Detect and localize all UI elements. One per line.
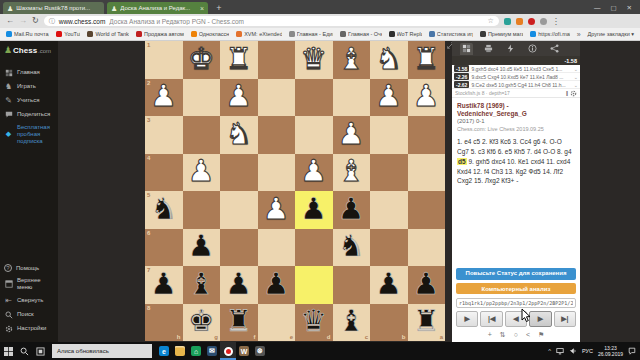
sidebar-item-board[interactable]: Главная: [4, 68, 54, 77]
sidebar-item-search[interactable]: Поиск: [4, 310, 54, 319]
file-label: d: [327, 334, 331, 340]
engine-line-moves: 9.Сe2 dxe5 10.gxh5 Сg4 11.h4 Сh8 11.h...: [471, 82, 571, 88]
add-icon[interactable]: +: [488, 331, 492, 338]
evaluation-bar: -1.58: [452, 56, 580, 65]
square-h8[interactable]: 8h: [145, 304, 183, 342]
square-h5[interactable]: 5♞: [145, 191, 183, 229]
browser-tab-analysis[interactable]: ♟ Доска Анализа и Редак... ×: [107, 2, 208, 14]
bookmark-item[interactable]: Главная - Очки...: [340, 31, 382, 37]
square-d5[interactable]: ♟: [295, 191, 333, 229]
help-icon: ?: [4, 264, 12, 272]
moves-before: 1. e4 c5 2. Кf3 Кc6 3. Сc4 g6 4. O-O Сg7…: [457, 138, 572, 155]
pawn-logo-icon: ♟: [4, 45, 12, 55]
action-center-icon[interactable]: [628, 347, 636, 355]
mouse-cursor: [521, 308, 532, 323]
start-button[interactable]: [0, 342, 16, 360]
black-pawn: ♟: [188, 231, 215, 261]
chevron-down-icon[interactable]: ⌄: [574, 74, 578, 80]
black-queen: ♛: [300, 306, 327, 336]
rank-label: 2: [147, 80, 150, 86]
first-move-button[interactable]: |◀: [480, 311, 502, 327]
bookmark-favicon: [429, 31, 435, 37]
reload-button[interactable]: ↻: [32, 17, 39, 25]
edge-icon: e: [159, 346, 169, 356]
square-b2[interactable]: ♟: [370, 79, 408, 117]
file-explorer-icon: [175, 346, 185, 356]
engine-line-1[interactable]: -1.589.gxh5 dxc4 10.d5 Кe5 11.Кxd3 Сxe5 …: [452, 65, 580, 73]
taskbar-app-app-blocked[interactable]: ⊗: [252, 342, 268, 360]
tab-title: Доска Анализа и Редак...: [120, 5, 197, 11]
square-e5[interactable]: ♟: [258, 191, 296, 229]
bookmark-item[interactable]: WoT Replays: [389, 31, 422, 37]
current-move[interactable]: d5: [457, 158, 467, 165]
forward-button[interactable]: →: [19, 17, 27, 25]
black-knight: ♞: [338, 231, 365, 261]
square-c7[interactable]: [333, 266, 371, 304]
engine-line-2[interactable]: -2.269.dxc5 Сxg4 10.Кxd5 Кe7 11.Кe1 Лad8…: [452, 73, 580, 81]
browser-tab-game[interactable]: ♟ Шахматы Rustik78 проти...: [3, 2, 104, 14]
next-move-button[interactable]: ▶: [529, 311, 551, 327]
extension-icon[interactable]: [504, 18, 511, 25]
black-knight: ♞: [150, 194, 177, 224]
square-c4[interactable]: ♝: [333, 154, 371, 192]
rank-label: 1: [147, 42, 150, 48]
black-pawn: ♟: [225, 269, 252, 299]
square-a5[interactable]: [408, 191, 446, 229]
square-b3[interactable]: [370, 116, 408, 154]
sidebar-item-trial-diamond[interactable]: ◆Бесплатная пробная подписка: [4, 124, 54, 145]
move-list[interactable]: 1. e4 c5 2. Кf3 Кc6 3. Сc4 g6 4. O-O Сg7…: [452, 134, 580, 189]
window-controls: — ▢ ✕: [594, 5, 640, 15]
square-d3[interactable]: [295, 116, 333, 154]
hidden-icons-chevron[interactable]: ^: [548, 348, 551, 354]
white-pawn: ♟: [263, 194, 290, 224]
square-b1[interactable]: ♞: [370, 41, 408, 79]
taskbar-app-world-of-tanks[interactable]: W: [236, 342, 252, 360]
file-label: b: [402, 334, 406, 340]
bookmark-favicon: [530, 31, 536, 37]
bookmark-item[interactable]: https://ofi.mail.ru: [530, 31, 569, 37]
square-d7[interactable]: [295, 266, 333, 304]
square-f4[interactable]: [220, 154, 258, 192]
move-navigation: ▶|◀◀▶▶|: [456, 311, 576, 327]
tab-engine-icon[interactable]: [504, 43, 517, 55]
white-pawn: ♟: [375, 81, 402, 111]
bookmark-favicon: [191, 31, 197, 37]
bookmark-item[interactable]: Статистика игро...: [429, 31, 473, 37]
black-bishop: ♝: [338, 306, 365, 336]
analysis-panel: -1.58 -1.589.gxh5 dxc4 10.d5 Кe5 11.Кxd3…: [452, 41, 580, 342]
square-a2[interactable]: ♟: [408, 79, 446, 117]
site-info-icon[interactable]: ⓘ: [49, 17, 55, 26]
record-icon[interactable]: ○: [514, 331, 518, 338]
white-pawn: ♟: [300, 156, 327, 186]
black-pawn: ♟: [375, 269, 402, 299]
square-g5[interactable]: [183, 191, 221, 229]
file-label: e: [290, 334, 293, 340]
square-b6[interactable]: [370, 229, 408, 267]
white-bishop: ♝: [338, 44, 365, 74]
close-window-button[interactable]: ✕: [627, 5, 632, 12]
task-view-icon[interactable]: [32, 342, 48, 360]
evaluation-score: -1.58: [564, 58, 577, 64]
square-g8[interactable]: g♚: [183, 304, 221, 342]
tab-print-icon[interactable]: [482, 43, 495, 55]
sidebar-item-learn[interactable]: ✎Учиться: [4, 96, 54, 105]
taskbar-app-mail[interactable]: ✉: [204, 342, 220, 360]
square-d1[interactable]: ♛: [295, 41, 333, 79]
flag-icon[interactable]: ⚑: [538, 331, 544, 338]
url-text: www.chess.com: [59, 18, 106, 25]
windows-taskbar: Алиса обновилась e⌂✉W⊗ ^ РУС 13:23 26.09…: [0, 342, 640, 360]
engine-line-eval: -2.26: [454, 73, 469, 80]
knight-icon: ♞: [4, 82, 13, 91]
square-c2[interactable]: [333, 79, 371, 117]
square-h1[interactable]: 1: [145, 41, 183, 79]
extension-icon[interactable]: [516, 18, 523, 25]
square-g3[interactable]: [183, 116, 221, 154]
alisa-search-box[interactable]: Алиса обновилась: [52, 344, 152, 358]
square-b4[interactable]: [370, 154, 408, 192]
square-h4[interactable]: 4: [145, 154, 183, 192]
black-rook: ♜: [225, 306, 252, 336]
sidebar-item-knight[interactable]: ♞Играть: [4, 82, 54, 91]
share-icon[interactable]: <: [526, 331, 530, 338]
bookmark-item[interactable]: Премиум магазин: [480, 31, 523, 37]
tab-board-icon[interactable]: [460, 43, 473, 55]
bookmark-favicon: [136, 31, 142, 37]
black-pawn: ♟: [338, 194, 365, 224]
square-b8[interactable]: b: [370, 304, 408, 342]
engine-line-eval: -2.62: [454, 81, 469, 88]
store-icon: ⌂: [191, 346, 201, 356]
bookmark-favicon: [340, 31, 346, 37]
square-h6[interactable]: 6: [145, 229, 183, 267]
white-pawn: ♟: [338, 119, 365, 149]
square-e4[interactable]: [258, 154, 296, 192]
system-tray: ^ РУС 13:23 26.09.2019: [548, 345, 640, 357]
game-result: (2017) 0-1: [457, 118, 575, 124]
square-c1[interactable]: ♝: [333, 41, 371, 79]
bookmark-item[interactable]: YouTube: [56, 31, 80, 37]
file-label: f: [254, 334, 256, 340]
network-icon[interactable]: [556, 347, 564, 355]
white-rook: ♜: [225, 44, 252, 74]
chevron-down-icon[interactable]: ⌄: [574, 82, 578, 88]
page-title-text: Доска Анализа и Редактор PGN - Chess.com: [109, 18, 244, 25]
black-rook: ♜: [413, 306, 440, 336]
panel-footer-icons: +⇅○<⚑: [452, 329, 580, 342]
moves-after: 9. gxh5 dxc4 10. Ке1 cxd4 11. cxd4 Кxd4 …: [457, 158, 570, 185]
square-h7[interactable]: 7♟: [145, 266, 183, 304]
white-knight: ♞: [375, 44, 402, 74]
bookmark-favicon: [56, 31, 62, 37]
game-header: Rustik78 (1969) - Vedenichev_Serega_G (2…: [452, 98, 580, 134]
square-g6[interactable]: ♟: [183, 229, 221, 267]
chat-icon: [4, 110, 13, 119]
square-d4[interactable]: ♟: [295, 154, 333, 192]
square-c8[interactable]: c♝: [333, 304, 371, 342]
maximize-button[interactable]: ▢: [610, 5, 616, 12]
white-king: ♚: [188, 44, 215, 74]
learn-icon: ✎: [4, 96, 13, 105]
square-g7[interactable]: ♝: [183, 266, 221, 304]
square-f1[interactable]: ♜: [220, 41, 258, 79]
square-b5[interactable]: [370, 191, 408, 229]
square-d6[interactable]: [295, 229, 333, 267]
white-bishop: ♝: [338, 156, 365, 186]
square-c5[interactable]: ♟: [333, 191, 371, 229]
pause-engine-icon[interactable]: ||: [566, 90, 567, 96]
engine-line-moves: 9.gxh5 dxc4 10.d5 Кe5 11.Кxd3 Сxe5 1...: [471, 66, 571, 72]
chesscom-sidebar: ♟ Chess .com Главная♞Играть✎УчитьсяПодел…: [0, 41, 58, 342]
chesscom-logo[interactable]: ♟ Chess .com: [4, 45, 54, 55]
bookmark-favicon: [480, 31, 486, 37]
back-button[interactable]: ←: [6, 17, 14, 25]
mail-icon: ✉: [207, 346, 217, 356]
bookmark-item[interactable]: Продажа автомоб...: [136, 31, 184, 37]
square-g4[interactable]: ♟: [183, 154, 221, 192]
sidebar-item-help[interactable]: ?Помощь: [4, 264, 54, 272]
gear-icon: [4, 324, 13, 333]
file-label: c: [365, 334, 368, 340]
file-label: h: [177, 334, 181, 340]
square-e1[interactable]: [258, 41, 296, 79]
taskbar-app-edge[interactable]: e: [156, 342, 172, 360]
taskbar-app-yandex-browser[interactable]: [220, 342, 236, 360]
square-f5[interactable]: [220, 191, 258, 229]
world-of-tanks-icon: W: [239, 346, 249, 356]
sidebar-item-gear[interactable]: Настройки: [4, 324, 54, 333]
new-tab-button[interactable]: +: [212, 3, 226, 14]
last-move-button[interactable]: ▶|: [554, 311, 576, 327]
flip-board-icon[interactable]: ⇅: [500, 331, 506, 338]
rank-label: 7: [147, 267, 150, 273]
other-bookmarks-button[interactable]: Другие закладки ▾: [588, 31, 634, 37]
minimize-button[interactable]: —: [594, 5, 601, 12]
rank-label: 6: [147, 230, 150, 236]
sidebar-item-collapse[interactable]: ⇤Свернуть: [4, 296, 54, 305]
chess-board: 1♚♜♛♝♞♜2♟♟♟♟3♞♟4♟♟♝5♞♟♟♟6♟♞7♟♝♟♟♟♟8hg♚f♜…: [145, 41, 445, 341]
upgrade-status-button[interactable]: Повысьте Статус для сохранения: [456, 268, 576, 280]
square-a1[interactable]: ♜: [408, 41, 446, 79]
square-e2[interactable]: [258, 79, 296, 117]
square-a8[interactable]: a♜: [408, 304, 446, 342]
fen-input[interactable]: [456, 298, 576, 308]
bookmark-item[interactable]: XVM: eXtended V...: [236, 31, 281, 37]
players-names[interactable]: Rustik78 (1969) - Vedenichev_Serega_G: [457, 102, 575, 118]
square-d2[interactable]: [295, 79, 333, 117]
square-h3[interactable]: 3: [145, 116, 183, 154]
square-h2[interactable]: 2♟: [145, 79, 183, 117]
square-e7[interactable]: ♟: [258, 266, 296, 304]
app-blocked-icon: ⊗: [255, 346, 265, 356]
square-a4[interactable]: [408, 154, 446, 192]
square-c6[interactable]: ♞: [333, 229, 371, 267]
bookmarks-overflow-icon[interactable]: »: [577, 31, 581, 38]
black-bishop: ♝: [188, 269, 215, 299]
sidebar-item-chat[interactable]: Поделиться: [4, 110, 54, 119]
computer-analysis-button[interactable]: Компьютерный анализ: [456, 283, 576, 294]
white-pawn: ♟: [413, 81, 440, 111]
collapse-icon: ⇤: [4, 296, 13, 305]
square-e8[interactable]: e: [258, 304, 296, 342]
bookmarks-bar: Mail.Ru почта, н...YouTubeWorld of Tanks…: [0, 28, 640, 41]
bookmark-item[interactable]: Главная - Едина...: [289, 31, 333, 37]
taskbar-app-store[interactable]: ⌂: [188, 342, 204, 360]
engine-line-moves: 9.dxc5 Сxg4 10.Кxd5 Кe7 11.Кe1 Лad8 ...: [471, 74, 571, 80]
rank-label: 3: [147, 117, 150, 123]
browser-menu-icon[interactable]: ⋮: [552, 17, 560, 26]
square-g2[interactable]: [183, 79, 221, 117]
rank-label: 8: [147, 305, 150, 311]
square-a7[interactable]: ♟: [408, 266, 446, 304]
engine-status-row: Stockfish.js 8 · depth=17 ||: [452, 89, 580, 98]
chevron-down-icon[interactable]: ⌄: [574, 66, 578, 72]
square-g1[interactable]: ♚: [183, 41, 221, 79]
trial-diamond-icon: ◆: [4, 130, 13, 139]
square-a3[interactable]: [408, 116, 446, 154]
autoplay-button[interactable]: ▶: [456, 311, 478, 327]
white-rook: ♜: [413, 44, 440, 74]
adblock-extension-icon[interactable]: [528, 18, 535, 25]
square-f3[interactable]: ♞: [220, 116, 258, 154]
square-c3[interactable]: ♟: [333, 116, 371, 154]
url-input[interactable]: ⓘ www.chess.com Доска Анализа и Редактор…: [44, 16, 499, 26]
yandex-browser-icon: [224, 347, 233, 356]
square-d8[interactable]: d♛: [295, 304, 333, 342]
chesscom-favicon-icon: ♟: [111, 5, 117, 12]
white-pawn: ♟: [225, 81, 252, 111]
chesscom-favicon-icon: ♟: [7, 5, 13, 12]
bookmark-favicon: [289, 31, 295, 37]
engine-line-eval: -1.58: [454, 65, 469, 72]
black-pawn: ♟: [413, 269, 440, 299]
file-label: g: [214, 334, 218, 340]
bookmark-item[interactable]: Mail.Ru почта, н...: [6, 31, 49, 37]
profile-icon[interactable]: [540, 18, 547, 25]
taskbar-search-icon[interactable]: [16, 342, 32, 360]
black-pawn: ♟: [150, 269, 177, 299]
file-label: a: [440, 334, 443, 340]
white-pawn: ♟: [188, 156, 215, 186]
close-tab-icon[interactable]: ×: [200, 5, 204, 12]
white-knight: ♞: [225, 119, 252, 149]
tab-info-icon[interactable]: [526, 43, 539, 55]
game-event: Chess.com: Live Chess 2019.09.25: [457, 126, 575, 132]
bookmark-favicon: [87, 31, 93, 37]
square-f2[interactable]: ♟: [220, 79, 258, 117]
browser-tab-strip: ♟ Шахматы Rustik78 проти... ♟ Доска Анал…: [0, 0, 640, 14]
square-a6[interactable]: [408, 229, 446, 267]
engine-name: Stockfish.js 8 · depth=17: [455, 90, 563, 96]
square-e6[interactable]: [258, 229, 296, 267]
bookmark-item[interactable]: Одноклассники: [191, 31, 230, 37]
taskbar-app-file-explorer[interactable]: [172, 342, 188, 360]
sidebar-item-topmenu[interactable]: Верхнее меню: [4, 277, 54, 291]
bookmark-star-icon[interactable]: ☆: [487, 17, 493, 25]
taskbar-clock[interactable]: 13:23 26.09.2019: [598, 345, 623, 357]
bookmark-favicon: [236, 31, 242, 37]
bookmark-item[interactable]: World of Tanks —: [87, 31, 129, 37]
black-pawn: ♟: [263, 269, 290, 299]
volume-icon[interactable]: [569, 347, 577, 355]
square-f6[interactable]: [220, 229, 258, 267]
engine-line-3[interactable]: -2.629.Сe2 dxe5 10.gxh5 Сg4 11.h4 Сh8 11…: [452, 81, 580, 89]
bookmark-favicon: [6, 31, 12, 37]
panel-tabs: [452, 41, 580, 56]
board-icon: [4, 68, 13, 77]
topmenu-icon: [4, 280, 13, 289]
language-indicator[interactable]: РУС: [582, 348, 593, 354]
square-f7[interactable]: ♟: [220, 266, 258, 304]
rank-label: 4: [147, 155, 150, 161]
square-f8[interactable]: f♜: [220, 304, 258, 342]
search-icon: [4, 310, 13, 319]
black-pawn: ♟: [300, 194, 327, 224]
black-king: ♚: [188, 306, 215, 336]
tab-share-icon[interactable]: [548, 43, 561, 55]
square-b7[interactable]: ♟: [370, 266, 408, 304]
address-bar: ← → ↻ ⓘ www.chess.com Доска Анализа и Ре…: [0, 14, 640, 28]
tab-title: Шахматы Rustik78 проти...: [16, 5, 100, 11]
white-pawn: ♟: [150, 81, 177, 111]
screen: ♟ Шахматы Rustik78 проти... ♟ Доска Анал…: [0, 0, 640, 360]
rank-label: 5: [147, 192, 150, 198]
engine-settings-icon[interactable]: [570, 90, 577, 97]
white-queen: ♛: [300, 44, 327, 74]
bookmark-favicon: [389, 31, 395, 37]
square-e3[interactable]: [258, 116, 296, 154]
